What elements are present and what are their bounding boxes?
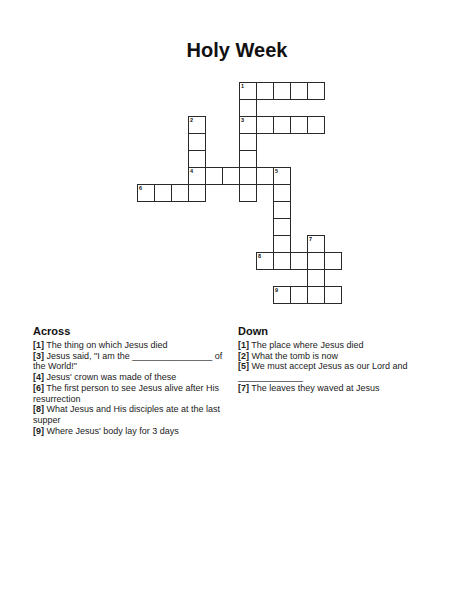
cell-r2c10[interactable] xyxy=(307,116,325,134)
clue-across-3: [3] Jesus said, "I am the ______________… xyxy=(33,351,233,372)
cell-r3c6[interactable] xyxy=(239,133,257,151)
clue-number: 9 xyxy=(275,287,278,293)
cell-r6c6[interactable] xyxy=(239,184,257,202)
clue-down-1: [1] The place where Jesus died xyxy=(238,340,438,351)
cell-r12c11[interactable] xyxy=(324,286,342,304)
cell-r10c11[interactable] xyxy=(324,252,342,270)
cell-r5c6[interactable] xyxy=(239,167,257,185)
cell-r2c8[interactable] xyxy=(273,116,291,134)
cell-r0c6[interactable]: 1 xyxy=(239,82,257,100)
clue-across-1: [1] The thing on which Jesus died xyxy=(33,340,233,351)
cell-r12c10[interactable] xyxy=(307,286,325,304)
cell-r0c8[interactable] xyxy=(273,82,291,100)
cell-r1c6[interactable] xyxy=(239,99,257,117)
crossword-grid: 123456789 xyxy=(137,82,343,305)
cell-r6c2[interactable] xyxy=(171,184,189,202)
across-clue-list: [1] The thing on which Jesus died[3] Jes… xyxy=(33,340,233,436)
clue-label: [4] xyxy=(33,372,44,382)
clue-label: [2] xyxy=(238,351,249,361)
cell-r6c0[interactable]: 6 xyxy=(137,184,155,202)
clue-down-5: [5] We must accept Jesus as our Lord and… xyxy=(238,361,438,382)
cell-r12c8[interactable]: 9 xyxy=(273,286,291,304)
clue-number: 5 xyxy=(275,168,278,174)
cell-r10c9[interactable] xyxy=(290,252,308,270)
across-heading: Across xyxy=(33,325,233,338)
cell-r2c6[interactable]: 3 xyxy=(239,116,257,134)
clue-number: 6 xyxy=(139,185,142,191)
clue-label: [9] xyxy=(33,426,44,436)
clue-number: 4 xyxy=(190,168,193,174)
cell-r6c1[interactable] xyxy=(154,184,172,202)
clue-across-6: [6] The first person to see Jesus alive … xyxy=(33,383,233,404)
cell-r6c8[interactable] xyxy=(273,184,291,202)
clue-down-7: [7] The leaves they waved at Jesus xyxy=(238,383,438,394)
cell-r0c7[interactable] xyxy=(256,82,274,100)
cell-r5c4[interactable] xyxy=(205,167,223,185)
clue-number: 3 xyxy=(241,117,244,123)
cell-r2c9[interactable] xyxy=(290,116,308,134)
cell-r5c8[interactable]: 5 xyxy=(273,167,291,185)
clue-number: 8 xyxy=(258,253,261,259)
clue-label: [3] xyxy=(33,351,44,361)
clue-number: 1 xyxy=(241,83,244,89)
down-section: Down [1] The place where Jesus died[2] W… xyxy=(238,325,438,394)
cell-r12c9[interactable] xyxy=(290,286,308,304)
clue-across-8: [8] What Jesus and His disciples ate at … xyxy=(33,404,233,425)
down-heading: Down xyxy=(238,325,438,338)
cell-r9c8[interactable] xyxy=(273,235,291,253)
cell-r9c10[interactable]: 7 xyxy=(307,235,325,253)
cell-r4c3[interactable] xyxy=(188,150,206,168)
cell-r3c3[interactable] xyxy=(188,133,206,151)
cell-r10c8[interactable] xyxy=(273,252,291,270)
clue-number: 2 xyxy=(190,117,193,123)
cell-r5c7[interactable] xyxy=(256,167,274,185)
cell-r5c5[interactable] xyxy=(222,167,240,185)
clue-label: [7] xyxy=(238,383,249,393)
clue-across-9: [9] Where Jesus' body lay for 3 days xyxy=(33,426,233,437)
cell-r11c10[interactable] xyxy=(307,269,325,287)
clue-label: [6] xyxy=(33,383,44,393)
clue-label: [5] xyxy=(238,361,249,371)
down-clue-list: [1] The place where Jesus died[2] What t… xyxy=(238,340,438,394)
across-section: Across [1] The thing on which Jesus died… xyxy=(33,325,233,436)
cell-r0c9[interactable] xyxy=(290,82,308,100)
cell-r2c7[interactable] xyxy=(256,116,274,134)
clue-label: [1] xyxy=(33,340,44,350)
clue-label: [8] xyxy=(33,404,44,414)
clue-number: 7 xyxy=(309,236,312,242)
cell-r5c3[interactable]: 4 xyxy=(188,167,206,185)
cell-r8c8[interactable] xyxy=(273,218,291,236)
cell-r6c3[interactable] xyxy=(188,184,206,202)
cell-r10c7[interactable]: 8 xyxy=(256,252,274,270)
cell-r10c10[interactable] xyxy=(307,252,325,270)
crossword-page: Holy Week 123456789 Across [1] The thing… xyxy=(0,0,474,613)
puzzle-title: Holy Week xyxy=(0,39,474,62)
clue-label: [1] xyxy=(238,340,249,350)
cell-r2c3[interactable]: 2 xyxy=(188,116,206,134)
cell-r0c10[interactable] xyxy=(307,82,325,100)
cell-r7c8[interactable] xyxy=(273,201,291,219)
clue-down-2: [2] What the tomb is now xyxy=(238,351,438,362)
clue-across-4: [4] Jesus' crown was made of these xyxy=(33,372,233,383)
cell-r4c6[interactable] xyxy=(239,150,257,168)
